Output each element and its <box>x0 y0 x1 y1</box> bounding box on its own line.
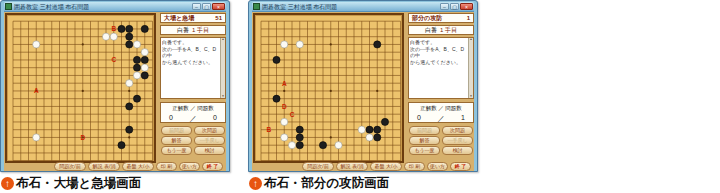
marker-A[interactable]: A <box>282 80 287 87</box>
black-stone <box>126 41 133 48</box>
black-stone <box>126 33 133 40</box>
black-stone <box>319 142 326 149</box>
marker-D[interactable]: D <box>282 103 287 110</box>
total-count: 0 <box>213 114 217 124</box>
black-stone <box>118 25 125 32</box>
black-stone <box>374 41 381 48</box>
white-stone <box>141 49 148 56</box>
problem-text: 白番です。 次の一手をA、B、C、Dの中 から選んでください。 <box>162 39 220 97</box>
white-stone <box>133 41 140 48</box>
marker-C[interactable]: C <box>290 111 295 118</box>
title-bar[interactable]: 囲碁教室 三村道場 布石問題 – ▢ × <box>252 2 474 12</box>
white-stone <box>33 41 40 48</box>
board-size-button[interactable]: 碁盤 大/小 <box>122 162 154 171</box>
hoshi-point <box>82 90 84 92</box>
problem-title-box: 大場と急場 51 <box>160 13 226 23</box>
help-button[interactable]: 使い方 <box>427 162 448 171</box>
problem-number: 51 <box>215 15 222 21</box>
answer-button[interactable]: 解答 <box>409 136 440 145</box>
white-stone <box>358 126 365 133</box>
hoshi-point <box>330 90 332 92</box>
correct-count: 0 <box>417 114 421 124</box>
black-stone <box>118 142 125 149</box>
window-body: ABCD 部分の攻防 1 白番 1 手目 白番です。 次の一手をA、B、C、Dの… <box>252 12 474 171</box>
black-stone <box>296 134 303 141</box>
white-stone <box>366 134 373 141</box>
app-icon <box>253 3 260 10</box>
white-stone <box>281 134 288 141</box>
problem-text-box: 白番です。 次の一手をA、B、C、Dの中 から選んでください。 ▲▼ <box>160 37 226 99</box>
white-stone <box>296 41 303 48</box>
marker-D[interactable]: D <box>80 134 85 141</box>
scroll-down-icon[interactable]: ▼ <box>222 95 225 98</box>
hoshi-point <box>330 136 332 138</box>
turn-box: 白番 1 手目 <box>160 25 226 35</box>
bottom-button-bar: 問題次/前 解説 表/消 碁盤 大/小 印 刷 使い方 終 了 <box>302 162 471 171</box>
side-panel: 部分の攻防 1 白番 1 手目 白番です。 次の一手をA、B、C、Dの中 から選… <box>408 12 474 171</box>
up-arrow-icon: ↑ <box>1 177 14 190</box>
scroll-up-icon[interactable]: ▲ <box>470 38 473 41</box>
up-arrow-icon: ↑ <box>249 177 262 190</box>
retry-button[interactable]: もう一度 <box>409 146 440 155</box>
review-button[interactable]: 検討 <box>442 146 473 155</box>
black-stone <box>273 56 280 63</box>
problem-title: 部分の攻防 <box>412 14 442 23</box>
caption-right: ↑ 布石・部分の攻防画面 <box>249 174 389 192</box>
move-number: 1 手目 <box>440 26 457 35</box>
side-panel: 大場と急場 51 白番 1 手目 白番です。 次の一手をA、B、C、Dの中 から… <box>160 12 226 171</box>
go-board[interactable]: ABCD <box>5 13 156 163</box>
hoshi-point <box>82 43 84 45</box>
black-stone <box>273 95 280 102</box>
black-stone <box>141 25 148 32</box>
hoshi-point <box>128 136 130 138</box>
hoshi-point <box>330 43 332 45</box>
white-stone <box>281 41 288 48</box>
caption-left: ↑ 布石・大場と急場画面 <box>1 174 141 192</box>
next-problem-button[interactable]: 次問題 <box>194 126 225 135</box>
score-divider: ／ <box>438 114 445 124</box>
black-stone <box>141 56 148 63</box>
scrollbar[interactable]: ▲▼ <box>468 38 473 98</box>
app-icon <box>5 3 12 10</box>
black-stone <box>374 134 381 141</box>
maximize-button[interactable]: ▢ <box>202 3 211 10</box>
hoshi-point <box>283 90 285 92</box>
black-stone <box>374 126 381 133</box>
hoshi-point <box>128 90 130 92</box>
hoshi-point <box>376 90 378 92</box>
white-stone <box>141 64 148 71</box>
screenshot-root: 囲碁教室 三村道場 布石問題 – ▢ × ABCD 大場と急場 51 白番 1 … <box>0 0 720 193</box>
black-stone <box>381 118 388 125</box>
problem-title: 大場と急場 <box>164 14 194 23</box>
next-problem-button[interactable]: 次問題 <box>442 126 473 135</box>
window-fuseki-bubun: 囲碁教室 三村道場 布石問題 – ▢ × ABCD 部分の攻防 1 白番 1 手… <box>248 0 478 172</box>
score-box: 正解数 ／ 問題数 0 ／ 0 <box>160 102 226 123</box>
bottom-button-bar: 問題次/前 解説 表/消 碁盤 大/小 印 刷 使い方 終 了 <box>54 162 223 171</box>
black-stone <box>133 95 140 102</box>
print-button[interactable]: 印 刷 <box>156 162 177 171</box>
white-stone <box>126 80 133 87</box>
white-stone <box>288 142 295 149</box>
window-fuseki-ooba: 囲碁教室 三村道場 布石問題 – ▢ × ABCD 大場と急場 51 白番 1 … <box>0 0 230 172</box>
caption-text: 布石・部分の攻防画面 <box>264 175 389 192</box>
white-stone <box>133 72 140 79</box>
problem-text: 白番です。 次の一手をA、B、C、Dの中 から選んでください。 <box>410 39 468 97</box>
quit-button[interactable]: 終 了 <box>450 162 471 171</box>
title-bar[interactable]: 囲碁教室 三村道場 布石問題 – ▢ × <box>4 2 226 12</box>
commentary-toggle-button[interactable]: 解説 表/消 <box>88 162 120 171</box>
turn-label: 白番 <box>177 26 189 35</box>
black-stone <box>141 72 148 79</box>
undo-move-button[interactable]: 一手戻し <box>442 136 473 145</box>
white-stone <box>33 134 40 141</box>
black-stone <box>296 142 303 149</box>
commentary-toggle-button[interactable]: 解説 表/消 <box>336 162 368 171</box>
white-stone <box>102 33 109 40</box>
black-stone <box>126 103 133 110</box>
problem-title-box: 部分の攻防 1 <box>408 13 474 23</box>
retry-button[interactable]: もう一度 <box>161 146 192 155</box>
score-divider: ／ <box>190 114 197 124</box>
window-title: 囲碁教室 三村道場 布石問題 <box>262 3 438 11</box>
problem-number: 1 <box>467 15 470 21</box>
print-button[interactable]: 印 刷 <box>404 162 425 171</box>
turn-label: 白番 <box>425 26 437 35</box>
black-stone <box>133 64 140 71</box>
correct-count: 0 <box>169 114 173 124</box>
problem-nav-button[interactable]: 問題次/前 <box>302 162 334 171</box>
minimize-button[interactable]: – <box>440 3 449 10</box>
close-button[interactable]: × <box>212 3 225 10</box>
prev-problem-button[interactable]: 前問題 <box>161 126 192 135</box>
quit-button[interactable]: 終 了 <box>202 162 223 171</box>
board-size-button[interactable]: 碁盤 大/小 <box>370 162 402 171</box>
marker-B[interactable]: B <box>266 126 271 133</box>
black-stone <box>133 56 140 63</box>
window-body: ABCD 大場と急場 51 白番 1 手目 白番です。 次の一手をA、B、C、D… <box>4 12 226 171</box>
white-stone <box>335 142 342 149</box>
maximize-button[interactable]: ▢ <box>450 3 459 10</box>
total-count: 1 <box>461 114 465 124</box>
black-stone <box>366 126 373 133</box>
score-label: 正解数 ／ 問題数 <box>161 105 225 112</box>
window-title: 囲碁教室 三村道場 布石問題 <box>14 3 190 11</box>
help-button[interactable]: 使い方 <box>179 162 200 171</box>
black-stone <box>126 25 133 32</box>
scroll-up-icon[interactable]: ▲ <box>222 38 225 41</box>
answer-button[interactable]: 解答 <box>161 136 192 145</box>
window-controls: – ▢ × <box>192 3 225 10</box>
scrollbar[interactable]: ▲▼ <box>220 38 225 98</box>
window-controls: – ▢ × <box>440 3 473 10</box>
undo-move-button[interactable]: 一手戻し <box>194 136 225 145</box>
go-board[interactable]: ABCD <box>253 13 404 163</box>
problem-text-box: 白番です。 次の一手をA、B、C、Dの中 から選んでください。 ▲▼ <box>408 37 474 99</box>
minimize-button[interactable]: – <box>192 3 201 10</box>
white-stone <box>110 33 117 40</box>
problem-nav-button[interactable]: 問題次/前 <box>54 162 86 171</box>
move-number: 1 手目 <box>192 26 209 35</box>
caption-text: 布石・大場と急場画面 <box>16 175 141 192</box>
black-stone <box>126 126 133 133</box>
marker-C[interactable]: C <box>111 56 116 63</box>
scroll-down-icon[interactable]: ▼ <box>470 95 473 98</box>
turn-box: 白番 1 手目 <box>408 25 474 35</box>
score-box: 正解数 ／ 問題数 0 ／ 1 <box>408 102 474 123</box>
prev-problem-button[interactable]: 前問題 <box>409 126 440 135</box>
close-button[interactable]: × <box>460 3 473 10</box>
review-button[interactable]: 検討 <box>194 146 225 155</box>
black-stone <box>296 126 303 133</box>
marker-B[interactable]: B <box>111 25 116 32</box>
marker-A[interactable]: A <box>34 87 39 94</box>
score-label: 正解数 ／ 問題数 <box>409 105 473 112</box>
white-stone <box>281 118 288 125</box>
